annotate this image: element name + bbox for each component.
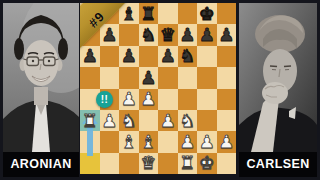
white-rook[interactable]: ♜ bbox=[179, 154, 195, 172]
black-pawn[interactable]: ♟ bbox=[82, 47, 98, 65]
player-photo-left bbox=[3, 3, 79, 152]
square-d8[interactable]: ♜ bbox=[139, 3, 159, 24]
square-f5[interactable] bbox=[178, 67, 198, 88]
name-bar-left: ARONIAN bbox=[3, 152, 79, 177]
square-f7[interactable]: ♟ bbox=[178, 24, 198, 45]
square-h5[interactable] bbox=[217, 67, 237, 88]
white-bishop[interactable]: ♝ bbox=[121, 133, 137, 151]
player-photo-right bbox=[239, 3, 317, 152]
square-h2[interactable]: ♟ bbox=[217, 131, 237, 152]
black-rook[interactable]: ♜ bbox=[140, 5, 156, 23]
square-f8[interactable] bbox=[178, 3, 198, 24]
black-queen[interactable]: ♛ bbox=[160, 26, 176, 44]
square-a6[interactable]: ♟ bbox=[80, 46, 100, 67]
black-pawn[interactable]: ♟ bbox=[199, 26, 215, 44]
white-pawn[interactable]: ♟ bbox=[101, 112, 117, 130]
black-knight[interactable]: ♞ bbox=[179, 47, 195, 65]
square-g6[interactable] bbox=[197, 46, 217, 67]
black-pawn[interactable]: ♟ bbox=[140, 69, 156, 87]
square-g7[interactable]: ♟ bbox=[197, 24, 217, 45]
square-f2[interactable]: ♟ bbox=[178, 131, 198, 152]
square-c1[interactable] bbox=[119, 153, 139, 174]
square-d2[interactable]: ♝ bbox=[139, 131, 159, 152]
thumbnail: ARONIAN CARLSEN !! #9 ♜♝♜♚♟♞♛♟♟♟♟♟♟♞♟♟♟♜… bbox=[0, 0, 320, 180]
carlsen-portrait bbox=[239, 3, 317, 152]
white-queen[interactable]: ♛ bbox=[140, 154, 156, 172]
square-h4[interactable] bbox=[217, 89, 237, 110]
square-e6[interactable]: ♟ bbox=[158, 46, 178, 67]
player-name-right: CARLSEN bbox=[246, 158, 309, 171]
square-e2[interactable] bbox=[158, 131, 178, 152]
square-h6[interactable] bbox=[217, 46, 237, 67]
square-f4[interactable] bbox=[178, 89, 198, 110]
white-pawn[interactable]: ♟ bbox=[199, 133, 215, 151]
square-h7[interactable]: ♟ bbox=[217, 24, 237, 45]
square-b3[interactable]: ♟ bbox=[100, 110, 120, 131]
white-pawn[interactable]: ♟ bbox=[179, 133, 195, 151]
square-h8[interactable] bbox=[217, 3, 237, 24]
white-king[interactable]: ♚ bbox=[199, 154, 215, 172]
square-e1[interactable] bbox=[158, 153, 178, 174]
square-d7[interactable]: ♞ bbox=[139, 24, 159, 45]
black-king[interactable]: ♚ bbox=[199, 5, 215, 23]
square-d1[interactable]: ♛ bbox=[139, 153, 159, 174]
player-name-left: ARONIAN bbox=[10, 158, 71, 171]
white-pawn[interactable]: ♟ bbox=[140, 90, 156, 108]
white-pawn[interactable]: ♟ bbox=[121, 90, 137, 108]
square-b5[interactable] bbox=[100, 67, 120, 88]
black-knight[interactable]: ♞ bbox=[140, 26, 156, 44]
square-c6[interactable]: ♟ bbox=[119, 46, 139, 67]
square-g8[interactable]: ♚ bbox=[197, 3, 217, 24]
black-pawn[interactable]: ♟ bbox=[160, 47, 176, 65]
square-g3[interactable] bbox=[197, 110, 217, 131]
square-f1[interactable]: ♜ bbox=[178, 153, 198, 174]
square-g5[interactable] bbox=[197, 67, 217, 88]
square-h3[interactable] bbox=[217, 110, 237, 131]
square-b2[interactable] bbox=[100, 131, 120, 152]
square-a5[interactable] bbox=[80, 67, 100, 88]
board: !! #9 ♜♝♜♚♟♞♛♟♟♟♟♟♟♞♟♟♟♜♟♞♟♞♝♝♟♟♟♛♜♚ bbox=[80, 3, 236, 174]
white-pawn[interactable]: ♟ bbox=[218, 133, 234, 151]
square-e8[interactable] bbox=[158, 3, 178, 24]
square-c5[interactable] bbox=[119, 67, 139, 88]
black-pawn[interactable]: ♟ bbox=[121, 47, 137, 65]
square-b7[interactable]: ♟ bbox=[100, 24, 120, 45]
square-f6[interactable]: ♞ bbox=[178, 46, 198, 67]
aronian-portrait bbox=[3, 3, 79, 152]
square-f3[interactable]: ♞ bbox=[178, 110, 198, 131]
square-c3[interactable]: ♞ bbox=[119, 110, 139, 131]
square-e3[interactable]: ♟ bbox=[158, 110, 178, 131]
black-pawn[interactable]: ♟ bbox=[218, 26, 234, 44]
square-d4[interactable]: ♟ bbox=[139, 89, 159, 110]
square-d3[interactable] bbox=[139, 110, 159, 131]
white-bishop[interactable]: ♝ bbox=[140, 133, 156, 151]
white-pawn[interactable]: ♟ bbox=[160, 112, 176, 130]
square-a3[interactable]: ♜ bbox=[80, 110, 100, 131]
square-d5[interactable]: ♟ bbox=[139, 67, 159, 88]
black-pawn[interactable]: ♟ bbox=[101, 26, 117, 44]
square-c7[interactable] bbox=[119, 24, 139, 45]
square-e7[interactable]: ♛ bbox=[158, 24, 178, 45]
square-c2[interactable]: ♝ bbox=[119, 131, 139, 152]
square-b6[interactable] bbox=[100, 46, 120, 67]
square-e4[interactable] bbox=[158, 89, 178, 110]
square-h1[interactable] bbox=[217, 153, 237, 174]
square-c4[interactable]: ♟ bbox=[119, 89, 139, 110]
black-bishop[interactable]: ♝ bbox=[121, 5, 137, 23]
name-bar-right: CARLSEN bbox=[239, 152, 317, 177]
black-pawn[interactable]: ♟ bbox=[179, 26, 195, 44]
brilliant-move-badge: !! bbox=[96, 91, 113, 108]
white-knight[interactable]: ♞ bbox=[121, 112, 137, 130]
square-d6[interactable] bbox=[139, 46, 159, 67]
square-g1[interactable]: ♚ bbox=[197, 153, 217, 174]
square-g2[interactable]: ♟ bbox=[197, 131, 217, 152]
white-rook[interactable]: ♜ bbox=[82, 112, 98, 130]
square-e5[interactable] bbox=[158, 67, 178, 88]
square-g4[interactable] bbox=[197, 89, 217, 110]
white-knight[interactable]: ♞ bbox=[179, 112, 195, 130]
square-b1[interactable] bbox=[100, 153, 120, 174]
